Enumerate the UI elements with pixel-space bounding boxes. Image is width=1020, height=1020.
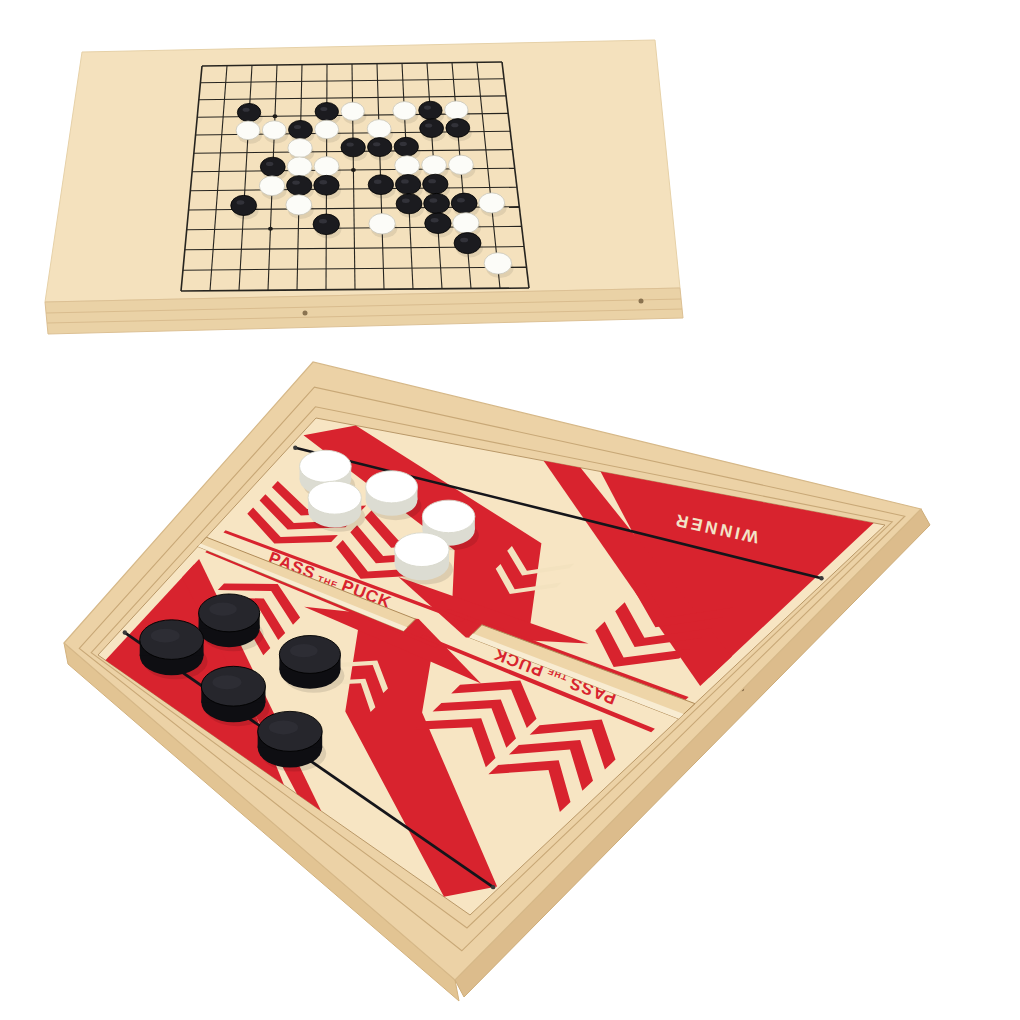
- white-stone: [341, 102, 364, 120]
- black-stone: [419, 101, 442, 119]
- black-puck: [279, 636, 344, 693]
- black-stone: [289, 120, 313, 139]
- star-point: [273, 114, 278, 118]
- white-stone: [445, 101, 468, 119]
- go-board-wood: [45, 40, 680, 302]
- white-stone: [479, 193, 505, 213]
- white-stone: [395, 156, 420, 175]
- white-puck: [308, 481, 365, 532]
- white-stone: [259, 176, 284, 196]
- white-puck: [395, 533, 453, 585]
- black-puck: [201, 666, 269, 726]
- black-stone: [368, 175, 393, 195]
- white-stone: [286, 195, 312, 215]
- black-stone: [396, 194, 422, 214]
- black-puck: [258, 711, 327, 771]
- star-point: [351, 168, 356, 172]
- white-puck: [366, 471, 422, 520]
- white-stone: [453, 213, 479, 234]
- white-stone: [314, 157, 339, 176]
- white-stone: [484, 253, 511, 274]
- black-stone: [231, 195, 257, 215]
- white-stone: [367, 120, 391, 139]
- white-stone: [262, 121, 286, 140]
- black-stone: [260, 157, 285, 176]
- white-stone: [315, 120, 339, 139]
- black-stone: [451, 193, 477, 213]
- black-puck: [199, 594, 264, 651]
- white-stone: [449, 155, 474, 174]
- black-puck: [140, 620, 208, 680]
- screw-hole: [639, 299, 644, 304]
- black-stone: [341, 138, 365, 157]
- black-stone: [423, 174, 448, 194]
- scene-canvas: PASSTHEPUCKPASSTHEPUCKWINNER: [0, 0, 1020, 1020]
- black-stone: [420, 119, 444, 138]
- black-stone: [315, 103, 338, 121]
- white-stone: [288, 138, 312, 157]
- black-stone: [425, 213, 451, 234]
- black-stone: [454, 233, 481, 254]
- black-stone: [424, 193, 450, 213]
- black-stone: [237, 103, 260, 121]
- white-stone: [236, 121, 260, 140]
- screw-hole: [303, 311, 308, 316]
- black-stone: [287, 176, 312, 196]
- black-stone: [314, 175, 339, 195]
- black-stone: [368, 138, 392, 157]
- go-board: [45, 40, 683, 334]
- star-point: [268, 227, 273, 231]
- product-photo: PASSTHEPUCKPASSTHEPUCKWINNER: [0, 0, 1020, 1020]
- white-stone: [422, 155, 447, 174]
- black-stone: [394, 137, 418, 156]
- black-stone: [313, 214, 339, 235]
- white-stone: [287, 157, 312, 176]
- sling-puck-board: PASSTHEPUCKPASSTHEPUCKWINNER: [64, 362, 930, 1001]
- white-stone: [369, 213, 395, 234]
- black-stone: [395, 175, 420, 195]
- white-stone: [393, 102, 416, 120]
- black-stone: [446, 119, 470, 138]
